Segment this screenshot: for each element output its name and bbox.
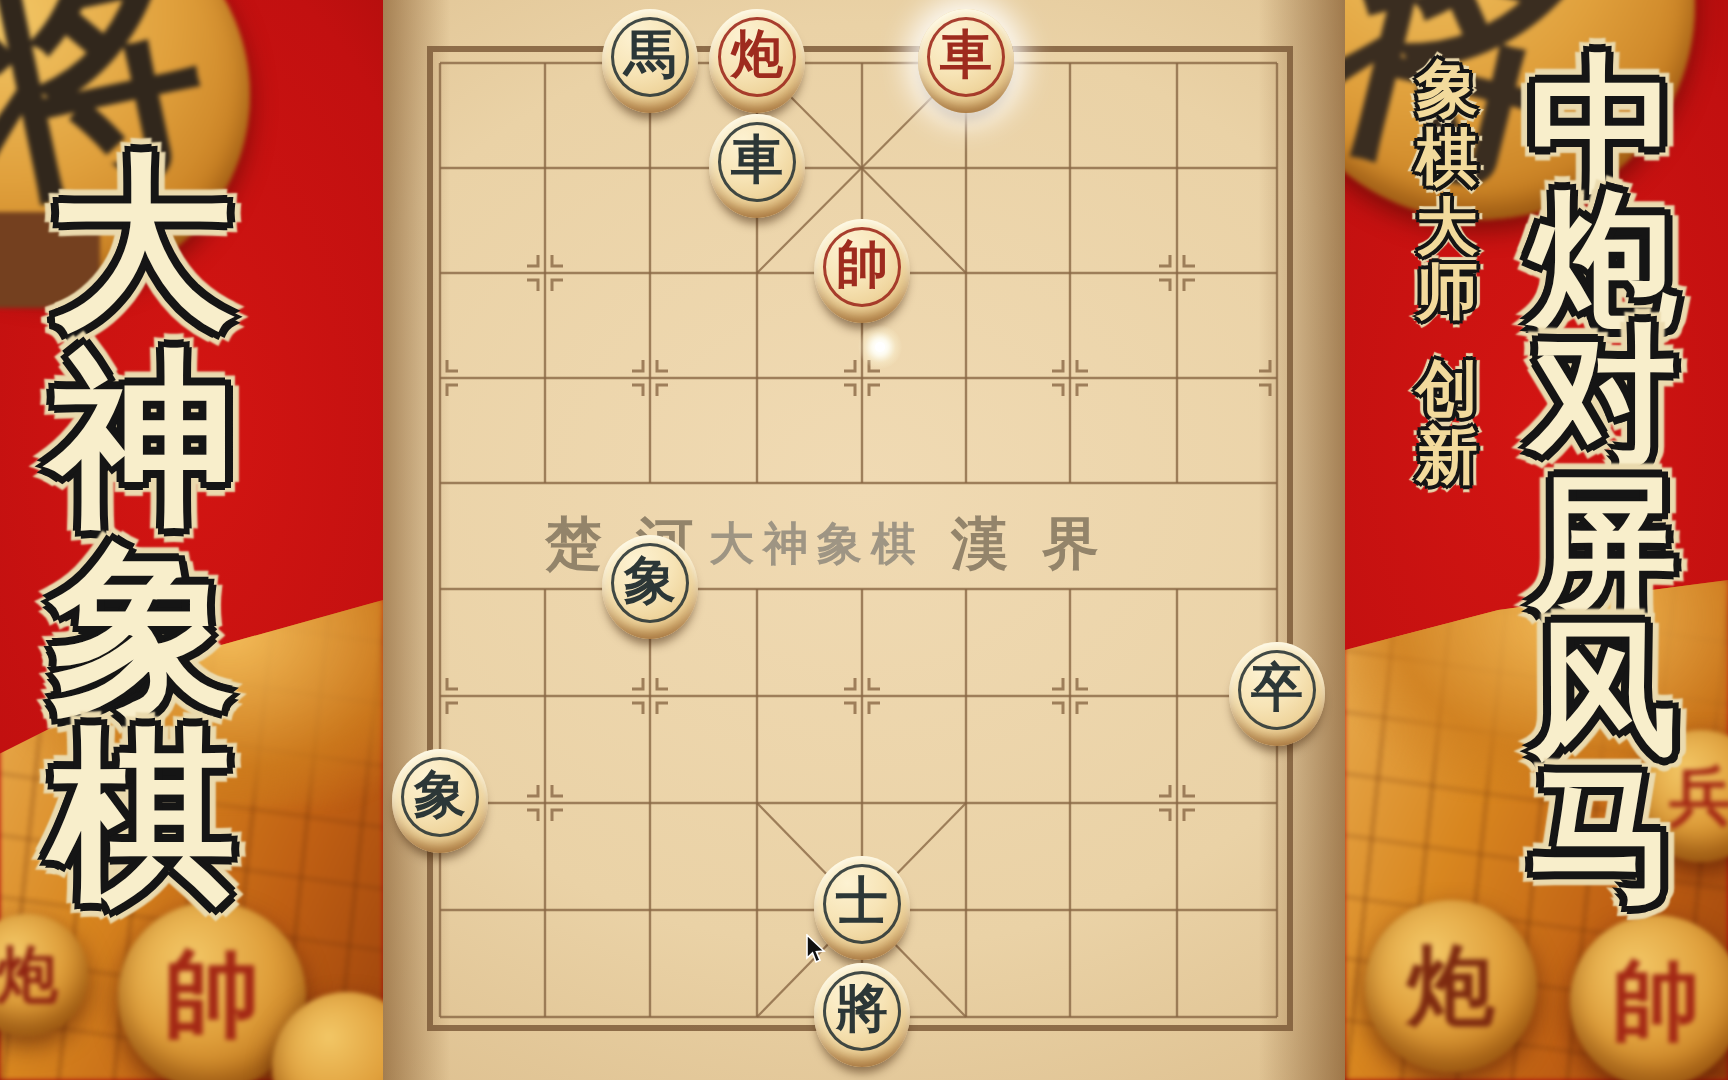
piece-char: 士 [814,870,910,932]
game-board-panel: 楚河 大神象棋 漢界 馬炮車車帥象卒象士將 [383,0,1345,1080]
piece-black-general[interactable]: 將 [814,963,910,1067]
right-subtitle-char-2: 棋 [1407,126,1487,188]
right-subtitle2-char-1: 创 [1407,358,1487,420]
right-title-char-3: 对 [1515,320,1691,468]
river-label-han: 漢界 [951,506,1133,583]
piece-black-horse[interactable]: 馬 [602,9,698,113]
decor-piece-char: 炮 [0,933,58,1017]
right-subtitle-char-3: 大 [1407,196,1487,258]
left-title-char-3: 象 [22,537,262,723]
left-title-char-1: 大 [22,150,262,336]
piece-red-chariot[interactable]: 車 [918,9,1014,113]
right-subtitle-char-4: 师 [1407,260,1487,322]
left-title-char-4: 棋 [22,722,262,908]
decor-marshal-piece: 帥 [1570,915,1728,1080]
decor-cannon-piece: 炮 [1365,900,1537,1072]
piece-black-chariot[interactable]: 車 [709,114,805,218]
piece-char: 象 [602,549,698,611]
river-watermark: 大神象棋 [709,514,925,574]
right-subtitle-char-1: 象 [1407,58,1487,120]
piece-char: 象 [392,763,488,825]
xiangqi-video-frame: 将 炮 帥 大 神 象 棋 楚河 大神象棋 漢界 馬炮車車帥象卒象士將 将 [0,0,1728,1080]
mouse-cursor [805,934,831,964]
decor-piece-char: 炮 [1407,927,1495,1046]
decor-piece-char: 帥 [164,931,260,1061]
piece-black-elephant[interactable]: 象 [392,749,488,853]
move-effect-sparkle [858,325,902,369]
right-title-char-4: 屏 [1515,470,1691,618]
piece-char: 車 [709,128,805,190]
right-title-char-5: 风 [1515,615,1691,763]
piece-char: 馬 [602,23,698,85]
piece-char: 帥 [814,233,910,295]
piece-red-cannon[interactable]: 炮 [709,9,805,113]
piece-char: 卒 [1229,656,1325,718]
piece-char: 車 [918,23,1014,85]
left-title-char-2: 神 [22,345,262,531]
right-title-char-6: 马 [1515,760,1691,908]
decor-piece-char: 帥 [1612,942,1700,1061]
piece-black-elephant[interactable]: 象 [602,535,698,639]
piece-red-general[interactable]: 帥 [814,219,910,323]
right-subtitle2-char-2: 新 [1407,425,1487,487]
left-banner: 将 炮 帥 大 神 象 棋 [0,0,383,1080]
right-banner: 将 兵 炮 帥 象 棋 大 师 创 新 中 炮 对 屏 风 马 [1345,0,1728,1080]
piece-char: 炮 [709,23,805,85]
piece-black-soldier[interactable]: 卒 [1229,642,1325,746]
piece-char: 將 [814,977,910,1039]
